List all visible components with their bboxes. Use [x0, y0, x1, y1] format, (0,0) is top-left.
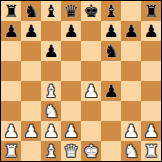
- black-pawn-f7[interactable]: ♟: [103, 21, 118, 41]
- square-d5[interactable]: [61, 61, 81, 81]
- square-h3[interactable]: [141, 101, 161, 121]
- square-c4[interactable]: ♝: [41, 81, 61, 101]
- black-pawn-a7[interactable]: ♟: [3, 21, 18, 41]
- square-e1[interactable]: ♚: [81, 141, 101, 161]
- white-rook-h1[interactable]: ♜: [143, 141, 158, 161]
- white-pawn-c2[interactable]: ♟: [43, 121, 58, 141]
- square-a1[interactable]: ♜: [1, 141, 21, 161]
- square-c6[interactable]: ♟: [41, 41, 61, 61]
- chess-board: ♜♞♝♛♚♝♜♟♟♟♟♟♟♟♞♝♟♟♞♟♟♟♟♟♟♜♝♛♚♞♜: [0, 0, 162, 162]
- square-g2[interactable]: ♟: [121, 121, 141, 141]
- square-g5[interactable]: [121, 61, 141, 81]
- black-pawn-d7[interactable]: ♟: [63, 21, 78, 41]
- white-pawn-a2[interactable]: ♟: [3, 121, 18, 141]
- square-h6[interactable]: [141, 41, 161, 61]
- square-a3[interactable]: [1, 101, 21, 121]
- black-rook-h8[interactable]: ♜: [143, 1, 158, 21]
- chess-app-window: ♜♞♝♛♚♝♜♟♟♟♟♟♟♟♞♝♟♟♞♟♟♟♟♟♟♜♝♛♚♞♜: [0, 0, 162, 162]
- square-c3[interactable]: ♞: [41, 101, 61, 121]
- black-bishop-c8[interactable]: ♝: [43, 1, 58, 21]
- white-rook-a1[interactable]: ♜: [3, 141, 18, 161]
- square-b1[interactable]: [21, 141, 41, 161]
- white-bishop-c1[interactable]: ♝: [43, 141, 58, 161]
- square-a6[interactable]: [1, 41, 21, 61]
- square-d8[interactable]: ♛: [61, 1, 81, 21]
- square-c7[interactable]: [41, 21, 61, 41]
- square-d2[interactable]: ♟: [61, 121, 81, 141]
- square-f1[interactable]: [101, 141, 121, 161]
- black-queen-d8[interactable]: ♛: [63, 1, 78, 21]
- square-a8[interactable]: ♜: [1, 1, 21, 21]
- square-f4[interactable]: ♟: [101, 81, 121, 101]
- square-e8[interactable]: ♚: [81, 1, 101, 21]
- square-d6[interactable]: [61, 41, 81, 61]
- square-e5[interactable]: [81, 61, 101, 81]
- square-e6[interactable]: [81, 41, 101, 61]
- square-f5[interactable]: [101, 61, 121, 81]
- square-c2[interactable]: ♟: [41, 121, 61, 141]
- square-c1[interactable]: ♝: [41, 141, 61, 161]
- square-f8[interactable]: ♝: [101, 1, 121, 21]
- black-knight-b8[interactable]: ♞: [23, 1, 38, 21]
- square-b8[interactable]: ♞: [21, 1, 41, 21]
- square-f6[interactable]: ♞: [101, 41, 121, 61]
- square-g1[interactable]: ♞: [121, 141, 141, 161]
- black-pawn-b7[interactable]: ♟: [23, 21, 38, 41]
- black-rook-a8[interactable]: ♜: [3, 1, 18, 21]
- square-d1[interactable]: ♛: [61, 141, 81, 161]
- square-c8[interactable]: ♝: [41, 1, 61, 21]
- white-bishop-c4[interactable]: ♝: [43, 81, 58, 101]
- square-h7[interactable]: ♟: [141, 21, 161, 41]
- white-pawn-e4[interactable]: ♟: [83, 81, 98, 101]
- white-king-e1[interactable]: ♚: [83, 141, 98, 161]
- black-bishop-f8[interactable]: ♝: [103, 1, 118, 21]
- square-c5[interactable]: [41, 61, 61, 81]
- square-a2[interactable]: ♟: [1, 121, 21, 141]
- square-d3[interactable]: [61, 101, 81, 121]
- square-h8[interactable]: ♜: [141, 1, 161, 21]
- square-e2[interactable]: [81, 121, 101, 141]
- white-pawn-h2[interactable]: ♟: [143, 121, 158, 141]
- square-b4[interactable]: [21, 81, 41, 101]
- square-e7[interactable]: [81, 21, 101, 41]
- white-queen-d1[interactable]: ♛: [63, 141, 78, 161]
- square-g8[interactable]: [121, 1, 141, 21]
- square-f3[interactable]: [101, 101, 121, 121]
- square-b7[interactable]: ♟: [21, 21, 41, 41]
- square-h4[interactable]: [141, 81, 161, 101]
- square-g3[interactable]: [121, 101, 141, 121]
- white-pawn-d2[interactable]: ♟: [63, 121, 78, 141]
- black-pawn-h7[interactable]: ♟: [143, 21, 158, 41]
- square-f7[interactable]: ♟: [101, 21, 121, 41]
- square-f2[interactable]: [101, 121, 121, 141]
- square-b3[interactable]: [21, 101, 41, 121]
- square-b2[interactable]: ♟: [21, 121, 41, 141]
- square-d4[interactable]: [61, 81, 81, 101]
- square-d7[interactable]: ♟: [61, 21, 81, 41]
- square-a5[interactable]: [1, 61, 21, 81]
- square-b5[interactable]: [21, 61, 41, 81]
- black-king-e8[interactable]: ♚: [83, 1, 98, 21]
- square-e3[interactable]: [81, 101, 101, 121]
- square-a7[interactable]: ♟: [1, 21, 21, 41]
- square-g7[interactable]: ♟: [121, 21, 141, 41]
- white-pawn-g2[interactable]: ♟: [123, 121, 138, 141]
- black-pawn-c6[interactable]: ♟: [43, 41, 58, 61]
- square-g4[interactable]: [121, 81, 141, 101]
- white-knight-g1[interactable]: ♞: [123, 141, 138, 161]
- square-e4[interactable]: ♟: [81, 81, 101, 101]
- black-pawn-f4[interactable]: ♟: [103, 81, 118, 101]
- square-h2[interactable]: ♟: [141, 121, 161, 141]
- square-h5[interactable]: [141, 61, 161, 81]
- black-pawn-g7[interactable]: ♟: [123, 21, 138, 41]
- square-b6[interactable]: [21, 41, 41, 61]
- square-g6[interactable]: [121, 41, 141, 61]
- square-a4[interactable]: [1, 81, 21, 101]
- white-knight-c3[interactable]: ♞: [43, 101, 58, 121]
- white-pawn-b2[interactable]: ♟: [23, 121, 38, 141]
- black-knight-f6[interactable]: ♞: [103, 41, 118, 61]
- square-h1[interactable]: ♜: [141, 141, 161, 161]
